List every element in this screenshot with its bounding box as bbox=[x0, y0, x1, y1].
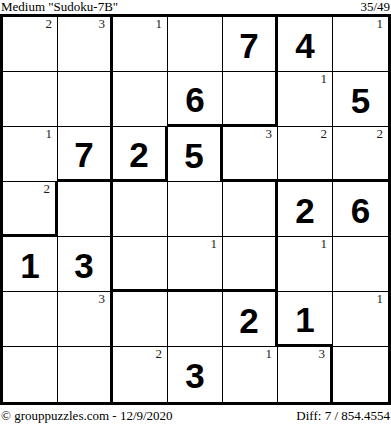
cell-r4c3[interactable] bbox=[113, 182, 168, 237]
cell-r6c5[interactable]: 2 bbox=[223, 292, 278, 347]
cell-r4c6[interactable]: 2 bbox=[278, 182, 333, 237]
cell-r2c5[interactable] bbox=[223, 72, 278, 127]
cell-r6c4[interactable] bbox=[168, 292, 223, 347]
cell-r1c3[interactable]: 1 bbox=[113, 17, 168, 72]
cell-r6c3[interactable] bbox=[113, 292, 168, 347]
puzzle-page: Medium "Sudoku-7B" 35/49 231741615172532… bbox=[0, 0, 391, 426]
cell-r2c4[interactable]: 6 bbox=[168, 72, 223, 127]
given-digit: 3 bbox=[74, 248, 93, 283]
cell-r3c1[interactable]: 1 bbox=[3, 127, 58, 182]
cell-r6c1[interactable] bbox=[3, 292, 58, 347]
pencil-digit: 2 bbox=[156, 347, 163, 361]
pencil-digit: 3 bbox=[99, 292, 106, 306]
cell-r1c5[interactable]: 7 bbox=[223, 17, 278, 72]
copyright-text: © grouppuzzles.com - 12/9/2020 bbox=[1, 408, 173, 424]
cell-r7c4[interactable]: 3 bbox=[168, 347, 223, 402]
cell-r4c5[interactable] bbox=[223, 182, 278, 237]
cell-r3c4[interactable]: 5 bbox=[168, 127, 223, 182]
cell-r4c4[interactable] bbox=[168, 182, 223, 237]
cell-r5c2[interactable]: 3 bbox=[58, 237, 113, 292]
cell-r7c5[interactable]: 1 bbox=[223, 347, 278, 402]
cell-r4c7[interactable]: 6 bbox=[333, 182, 388, 237]
given-digit: 6 bbox=[185, 82, 204, 117]
cell-r2c6[interactable]: 1 bbox=[278, 72, 333, 127]
pencil-digit: 1 bbox=[377, 17, 384, 31]
puzzle-counter: 35/49 bbox=[360, 0, 390, 13]
cell-r7c2[interactable] bbox=[58, 347, 113, 402]
header: Medium "Sudoku-7B" 35/49 bbox=[0, 0, 391, 14]
pencil-digit: 3 bbox=[319, 347, 326, 361]
cell-r5c1[interactable]: 1 bbox=[3, 237, 58, 292]
cell-r1c7[interactable]: 1 bbox=[333, 17, 388, 72]
cell-r2c3[interactable] bbox=[113, 72, 168, 127]
given-digit: 5 bbox=[184, 138, 203, 173]
cell-r4c2[interactable] bbox=[58, 182, 113, 237]
cell-r1c2[interactable]: 3 bbox=[58, 17, 113, 72]
pencil-digit: 1 bbox=[377, 292, 384, 306]
pencil-digit: 3 bbox=[266, 127, 273, 141]
cell-r3c7[interactable]: 2 bbox=[333, 127, 388, 182]
cell-r7c1[interactable] bbox=[3, 347, 58, 402]
cell-r5c4[interactable]: 1 bbox=[168, 237, 223, 292]
pencil-digit: 2 bbox=[377, 127, 384, 141]
cell-r5c5[interactable] bbox=[223, 237, 278, 292]
cell-r3c3[interactable]: 2 bbox=[113, 127, 168, 182]
given-digit: 6 bbox=[351, 193, 370, 228]
cell-r3c6[interactable]: 2 bbox=[278, 127, 333, 182]
pencil-digit: 1 bbox=[211, 237, 218, 251]
cell-r1c4[interactable] bbox=[168, 17, 223, 72]
cell-r4c1[interactable]: 2 bbox=[3, 182, 58, 237]
cell-r7c3[interactable]: 2 bbox=[113, 347, 168, 402]
pencil-digit: 2 bbox=[46, 17, 53, 31]
footer: © grouppuzzles.com - 12/9/2020 Diff: 7 /… bbox=[0, 408, 391, 426]
given-digit: 2 bbox=[239, 303, 258, 338]
cell-r2c2[interactable] bbox=[58, 72, 113, 127]
cell-r2c7[interactable]: 5 bbox=[333, 72, 388, 127]
pencil-digit: 2 bbox=[44, 182, 51, 196]
pencil-digit: 3 bbox=[99, 17, 106, 31]
given-digit: 1 bbox=[295, 302, 314, 337]
pencil-digit: 1 bbox=[321, 72, 328, 86]
puzzle-title: Medium "Sudoku-7B" bbox=[1, 0, 118, 13]
pencil-digit: 1 bbox=[266, 347, 273, 361]
pencil-digit: 1 bbox=[321, 237, 328, 251]
given-digit: 2 bbox=[129, 137, 148, 172]
cell-r1c1[interactable]: 2 bbox=[3, 17, 58, 72]
given-digit: 7 bbox=[239, 28, 258, 63]
given-digit: 4 bbox=[295, 28, 314, 63]
cell-r5c6[interactable]: 1 bbox=[278, 237, 333, 292]
given-digit: 2 bbox=[295, 193, 314, 228]
cell-r3c5[interactable]: 3 bbox=[223, 127, 278, 182]
cell-r1c6[interactable]: 4 bbox=[278, 17, 333, 72]
cell-r7c7[interactable] bbox=[333, 347, 388, 402]
cell-r5c3[interactable] bbox=[113, 237, 168, 292]
cell-r6c6[interactable]: 1 bbox=[278, 292, 333, 347]
given-digit: 7 bbox=[74, 137, 93, 172]
cell-r3c2[interactable]: 7 bbox=[58, 127, 113, 182]
cell-r6c7[interactable]: 1 bbox=[333, 292, 388, 347]
pencil-digit: 2 bbox=[321, 127, 328, 141]
difficulty-text: Diff: 7 / 854.4554 bbox=[296, 408, 390, 424]
given-digit: 5 bbox=[351, 83, 370, 118]
pencil-digit: 1 bbox=[156, 17, 163, 31]
pencil-digit: 1 bbox=[46, 127, 53, 141]
cell-r5c7[interactable] bbox=[333, 237, 388, 292]
cell-r2c1[interactable] bbox=[3, 72, 58, 127]
cell-r7c6[interactable]: 3 bbox=[278, 347, 333, 402]
given-digit: 3 bbox=[185, 358, 204, 393]
cell-r6c2[interactable]: 3 bbox=[58, 292, 113, 347]
sudoku-board: 2317416151725322226131132112313 bbox=[0, 14, 391, 405]
given-digit: 1 bbox=[20, 248, 39, 283]
